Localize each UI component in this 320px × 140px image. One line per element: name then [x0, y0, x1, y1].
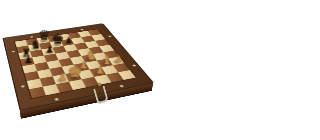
white-pawn-glyph: ♟ [114, 55, 122, 64]
black-pawn-glyph: ♟ [65, 37, 73, 45]
white-king-glyph: ♚ [68, 64, 83, 81]
frame-inlay-dot [119, 85, 123, 88]
frame-inlay-dot [54, 98, 59, 101]
black-knight-glyph: ♞ [30, 39, 40, 51]
black-pawn-glyph: ♟ [46, 46, 54, 55]
frame-inlay-dot [108, 35, 111, 37]
piece-white-pawn-f2[interactable]: ♟ [90, 67, 107, 77]
piece-black-pawn-a5[interactable]: ♟ [20, 57, 34, 66]
product-photo-scene: ♛♞♚♟♜♟♟♞♟♝♟♟♚♟ [0, 0, 140, 140]
white-pawn-glyph: ♟ [96, 66, 105, 76]
frame-inlay-dot [132, 64, 136, 66]
frame-inlay-dot [80, 29, 83, 31]
white-pawn-glyph: ♟ [58, 73, 67, 83]
piece-white-king-d2[interactable]: ♚ [65, 72, 81, 82]
frame-inlay-dot [21, 85, 26, 88]
frame-inlay-dot [11, 50, 15, 52]
black-pawn-glyph: ♟ [24, 56, 32, 65]
piece-white-pawn-c2[interactable]: ♟ [53, 74, 69, 84]
clasp-pin [98, 83, 101, 86]
piece-black-pawn-c6[interactable]: ♟ [41, 48, 55, 56]
chess-board: ♛♞♚♟♜♟♟♞♟♝♟♟♚♟ [3, 23, 140, 111]
pieces-layer: ♛♞♚♟♜♟♟♞♟♝♟♟♚♟ [15, 29, 136, 98]
